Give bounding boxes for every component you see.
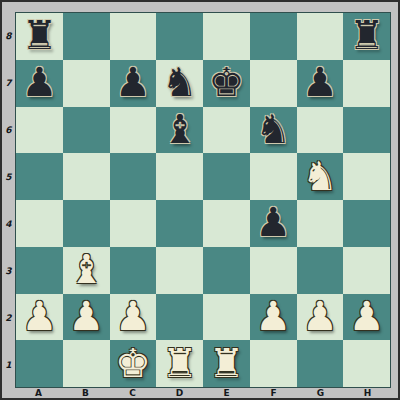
square-f4[interactable]: ♟ bbox=[250, 200, 297, 247]
square-h8[interactable]: ♜ bbox=[343, 13, 390, 60]
square-d7[interactable]: ♞ bbox=[156, 60, 203, 107]
square-a7[interactable]: ♟ bbox=[16, 60, 63, 107]
square-f8[interactable] bbox=[250, 13, 297, 60]
square-e6[interactable] bbox=[203, 107, 250, 154]
piece-black-pawn[interactable]: ♟ bbox=[255, 202, 291, 242]
square-a3[interactable] bbox=[16, 247, 63, 294]
square-a6[interactable] bbox=[16, 107, 63, 154]
square-d6[interactable]: ♝ bbox=[156, 107, 203, 154]
square-a5[interactable] bbox=[16, 153, 63, 200]
square-e5[interactable] bbox=[203, 153, 250, 200]
file-label-d: D bbox=[156, 388, 203, 398]
square-f1[interactable] bbox=[250, 340, 297, 387]
rank-label-5: 5 bbox=[2, 153, 15, 200]
piece-white-pawn[interactable]: ♟ bbox=[302, 296, 338, 336]
piece-white-pawn[interactable]: ♟ bbox=[349, 296, 385, 336]
rank-label-3: 3 bbox=[2, 247, 15, 294]
square-h1[interactable] bbox=[343, 340, 390, 387]
square-g3[interactable] bbox=[297, 247, 344, 294]
square-g1[interactable] bbox=[297, 340, 344, 387]
rank-label-8: 8 bbox=[2, 12, 15, 59]
square-c3[interactable] bbox=[110, 247, 157, 294]
square-c6[interactable] bbox=[110, 107, 157, 154]
file-label-a: A bbox=[15, 388, 62, 398]
square-c2[interactable]: ♟ bbox=[110, 294, 157, 341]
square-f5[interactable] bbox=[250, 153, 297, 200]
square-c7[interactable]: ♟ bbox=[110, 60, 157, 107]
square-d5[interactable] bbox=[156, 153, 203, 200]
rank-labels: 87654321 bbox=[2, 12, 15, 388]
square-f2[interactable]: ♟ bbox=[250, 294, 297, 341]
square-h2[interactable]: ♟ bbox=[343, 294, 390, 341]
piece-black-knight[interactable]: ♞ bbox=[255, 109, 291, 149]
file-label-e: E bbox=[203, 388, 250, 398]
square-e1[interactable]: ♜ bbox=[203, 340, 250, 387]
square-g6[interactable] bbox=[297, 107, 344, 154]
piece-white-king[interactable]: ♚ bbox=[115, 343, 151, 383]
square-f6[interactable]: ♞ bbox=[250, 107, 297, 154]
square-e3[interactable] bbox=[203, 247, 250, 294]
piece-white-pawn[interactable]: ♟ bbox=[255, 296, 291, 336]
piece-black-pawn[interactable]: ♟ bbox=[302, 62, 338, 102]
piece-black-bishop[interactable]: ♝ bbox=[162, 109, 198, 149]
square-b8[interactable] bbox=[63, 13, 110, 60]
piece-black-knight[interactable]: ♞ bbox=[162, 62, 198, 102]
piece-white-rook[interactable]: ♜ bbox=[162, 343, 198, 383]
file-label-h: H bbox=[344, 388, 391, 398]
piece-white-knight[interactable]: ♞ bbox=[302, 156, 338, 196]
square-f7[interactable] bbox=[250, 60, 297, 107]
square-h3[interactable] bbox=[343, 247, 390, 294]
chess-board: ♜♜♟♟♞♚♟♝♞♞♟♝♟♟♟♟♟♟♚♜♜ bbox=[15, 12, 391, 388]
square-d2[interactable] bbox=[156, 294, 203, 341]
square-e8[interactable] bbox=[203, 13, 250, 60]
square-a4[interactable] bbox=[16, 200, 63, 247]
square-b2[interactable]: ♟ bbox=[63, 294, 110, 341]
square-b5[interactable] bbox=[63, 153, 110, 200]
square-c1[interactable]: ♚ bbox=[110, 340, 157, 387]
piece-black-rook[interactable]: ♜ bbox=[349, 15, 385, 55]
square-g2[interactable]: ♟ bbox=[297, 294, 344, 341]
square-g4[interactable] bbox=[297, 200, 344, 247]
file-label-c: C bbox=[109, 388, 156, 398]
square-d3[interactable] bbox=[156, 247, 203, 294]
piece-white-pawn[interactable]: ♟ bbox=[21, 296, 57, 336]
file-label-g: G bbox=[297, 388, 344, 398]
square-g5[interactable]: ♞ bbox=[297, 153, 344, 200]
square-e7[interactable]: ♚ bbox=[203, 60, 250, 107]
square-b3[interactable]: ♝ bbox=[63, 247, 110, 294]
square-c4[interactable] bbox=[110, 200, 157, 247]
square-e4[interactable] bbox=[203, 200, 250, 247]
piece-black-rook[interactable]: ♜ bbox=[21, 15, 57, 55]
square-a1[interactable] bbox=[16, 340, 63, 387]
piece-white-bishop[interactable]: ♝ bbox=[68, 249, 104, 289]
square-g7[interactable]: ♟ bbox=[297, 60, 344, 107]
square-b4[interactable] bbox=[63, 200, 110, 247]
square-h5[interactable] bbox=[343, 153, 390, 200]
file-label-f: F bbox=[250, 388, 297, 398]
file-label-b: B bbox=[62, 388, 109, 398]
square-g8[interactable] bbox=[297, 13, 344, 60]
square-a2[interactable]: ♟ bbox=[16, 294, 63, 341]
file-labels: ABCDEFGH bbox=[15, 388, 391, 398]
piece-white-rook[interactable]: ♜ bbox=[208, 343, 244, 383]
square-b1[interactable] bbox=[63, 340, 110, 387]
square-d4[interactable] bbox=[156, 200, 203, 247]
square-f3[interactable] bbox=[250, 247, 297, 294]
piece-black-pawn[interactable]: ♟ bbox=[115, 62, 151, 102]
rank-label-7: 7 bbox=[2, 59, 15, 106]
rank-label-4: 4 bbox=[2, 200, 15, 247]
board-frame: 87654321 ABCDEFGH ♜♜♟♟♞♚♟♝♞♞♟♝♟♟♟♟♟♟♚♜♜ bbox=[0, 0, 400, 400]
rank-label-2: 2 bbox=[2, 294, 15, 341]
square-b7[interactable] bbox=[63, 60, 110, 107]
piece-white-pawn[interactable]: ♟ bbox=[115, 296, 151, 336]
square-h6[interactable] bbox=[343, 107, 390, 154]
rank-label-6: 6 bbox=[2, 106, 15, 153]
square-d1[interactable]: ♜ bbox=[156, 340, 203, 387]
square-e2[interactable] bbox=[203, 294, 250, 341]
square-c5[interactable] bbox=[110, 153, 157, 200]
square-c8[interactable] bbox=[110, 13, 157, 60]
square-h4[interactable] bbox=[343, 200, 390, 247]
square-b6[interactable] bbox=[63, 107, 110, 154]
piece-black-pawn[interactable]: ♟ bbox=[21, 62, 57, 102]
rank-label-1: 1 bbox=[2, 341, 15, 388]
square-h7[interactable] bbox=[343, 60, 390, 107]
square-a8[interactable]: ♜ bbox=[16, 13, 63, 60]
square-d8[interactable] bbox=[156, 13, 203, 60]
piece-black-king[interactable]: ♚ bbox=[208, 62, 244, 102]
piece-white-pawn[interactable]: ♟ bbox=[68, 296, 104, 336]
